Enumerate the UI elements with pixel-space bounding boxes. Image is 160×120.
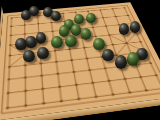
black-piece[interactable] bbox=[51, 11, 61, 22]
green-piece[interactable] bbox=[81, 28, 92, 40]
pieces-layer bbox=[0, 0, 160, 120]
black-piece[interactable] bbox=[119, 23, 129, 34]
black-piece[interactable] bbox=[130, 21, 140, 32]
green-piece[interactable] bbox=[74, 14, 84, 25]
black-piece[interactable] bbox=[115, 55, 127, 68]
black-piece[interactable] bbox=[23, 50, 35, 63]
green-piece[interactable] bbox=[65, 35, 76, 47]
black-piece[interactable] bbox=[15, 38, 26, 50]
green-piece[interactable] bbox=[51, 36, 62, 48]
green-piece[interactable] bbox=[127, 52, 139, 65]
black-piece[interactable] bbox=[36, 32, 47, 44]
green-piece[interactable] bbox=[71, 24, 81, 35]
black-piece[interactable] bbox=[25, 36, 36, 48]
black-piece[interactable] bbox=[21, 10, 31, 20]
black-piece[interactable] bbox=[37, 47, 49, 60]
green-piece[interactable] bbox=[86, 13, 96, 24]
board-photo bbox=[0, 0, 160, 120]
black-piece[interactable] bbox=[102, 49, 114, 62]
green-piece[interactable] bbox=[93, 38, 104, 50]
